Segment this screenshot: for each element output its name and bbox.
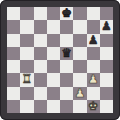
square-g8[interactable] — [87, 7, 100, 20]
square-h8[interactable] — [100, 7, 113, 20]
square-h3[interactable] — [100, 73, 113, 86]
square-f8[interactable] — [73, 7, 86, 20]
square-b8[interactable] — [20, 7, 33, 20]
square-a5[interactable] — [7, 47, 20, 60]
square-e6[interactable] — [60, 34, 73, 47]
square-g2[interactable] — [87, 87, 100, 100]
square-e5[interactable]: ♛ — [60, 47, 73, 60]
square-e7[interactable] — [60, 20, 73, 33]
square-h6[interactable] — [100, 34, 113, 47]
square-e3[interactable] — [60, 73, 73, 86]
chess-board[interactable]: ♚♟♟♛♜♟♟♚ — [7, 7, 113, 113]
square-c5[interactable] — [34, 47, 47, 60]
square-a8[interactable] — [7, 7, 20, 20]
square-b2[interactable] — [20, 87, 33, 100]
piece-white-rook[interactable]: ♜ — [21, 73, 32, 86]
piece-black-pawn[interactable]: ♟ — [88, 34, 99, 47]
square-e8[interactable]: ♚ — [60, 7, 73, 20]
square-a4[interactable] — [7, 60, 20, 73]
square-a3[interactable] — [7, 73, 20, 86]
square-h2[interactable] — [100, 87, 113, 100]
square-c2[interactable] — [34, 87, 47, 100]
square-f1[interactable] — [73, 100, 86, 113]
square-d8[interactable] — [47, 7, 60, 20]
piece-black-king[interactable]: ♚ — [61, 7, 72, 20]
square-d3[interactable] — [47, 73, 60, 86]
square-d7[interactable] — [47, 20, 60, 33]
square-a6[interactable] — [7, 34, 20, 47]
square-d4[interactable] — [47, 60, 60, 73]
square-g5[interactable] — [87, 47, 100, 60]
square-f5[interactable] — [73, 47, 86, 60]
square-c4[interactable] — [34, 60, 47, 73]
piece-white-pawn[interactable]: ♟ — [74, 87, 85, 100]
square-f4[interactable] — [73, 60, 86, 73]
square-d1[interactable] — [47, 100, 60, 113]
square-h1[interactable] — [100, 100, 113, 113]
square-a7[interactable] — [7, 20, 20, 33]
square-b5[interactable] — [20, 47, 33, 60]
square-b7[interactable] — [20, 20, 33, 33]
board-frame: ♚♟♟♛♜♟♟♚ — [0, 0, 120, 120]
square-g4[interactable] — [87, 60, 100, 73]
square-e4[interactable] — [60, 60, 73, 73]
square-g1[interactable]: ♚ — [87, 100, 100, 113]
square-b3[interactable]: ♜ — [20, 73, 33, 86]
piece-white-pawn[interactable]: ♟ — [88, 73, 99, 86]
square-h7[interactable]: ♟ — [100, 20, 113, 33]
square-e1[interactable] — [60, 100, 73, 113]
piece-white-king[interactable]: ♚ — [88, 100, 99, 113]
square-e2[interactable] — [60, 87, 73, 100]
square-f6[interactable] — [73, 34, 86, 47]
square-b4[interactable] — [20, 60, 33, 73]
piece-black-pawn[interactable]: ♟ — [101, 20, 112, 33]
square-c3[interactable] — [34, 73, 47, 86]
square-f2[interactable]: ♟ — [73, 87, 86, 100]
square-c6[interactable] — [34, 34, 47, 47]
square-c1[interactable] — [34, 100, 47, 113]
square-c7[interactable] — [34, 20, 47, 33]
square-g6[interactable]: ♟ — [87, 34, 100, 47]
square-d6[interactable] — [47, 34, 60, 47]
square-b1[interactable] — [20, 100, 33, 113]
square-h5[interactable] — [100, 47, 113, 60]
piece-black-queen[interactable]: ♛ — [61, 47, 72, 60]
square-a2[interactable] — [7, 87, 20, 100]
square-g7[interactable] — [87, 20, 100, 33]
square-g3[interactable]: ♟ — [87, 73, 100, 86]
square-a1[interactable] — [7, 100, 20, 113]
square-b6[interactable] — [20, 34, 33, 47]
square-d5[interactable] — [47, 47, 60, 60]
square-f3[interactable] — [73, 73, 86, 86]
square-h4[interactable] — [100, 60, 113, 73]
square-f7[interactable] — [73, 20, 86, 33]
square-d2[interactable] — [47, 87, 60, 100]
square-c8[interactable] — [34, 7, 47, 20]
